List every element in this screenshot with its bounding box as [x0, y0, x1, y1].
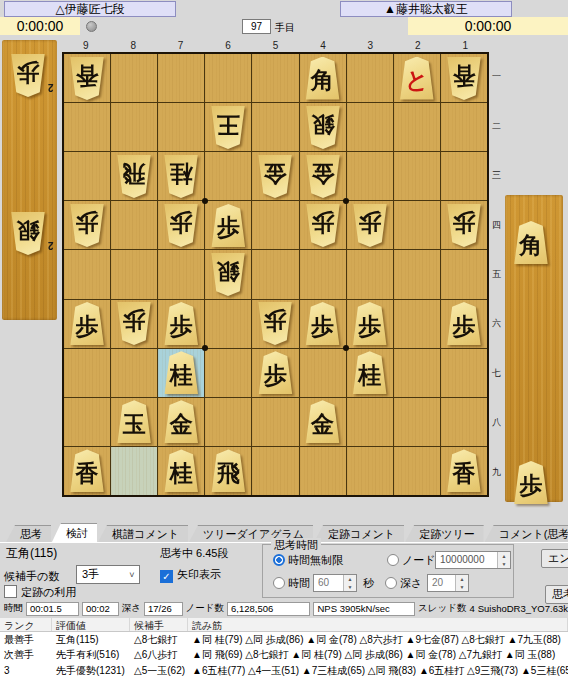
piece-glyph: 金 [304, 155, 342, 198]
candidate-cell: 3 [0, 665, 52, 676]
use-book-checkbox-row[interactable]: 定跡の利用 [4, 585, 76, 600]
shogi-piece-gote: 歩 [68, 204, 106, 247]
shogi-piece-sente: 桂 [162, 351, 200, 394]
piece-glyph: 香 [445, 449, 483, 492]
shogi-gui-window: △伊藤匠七段 ▲藤井聡太叡王 0:00:00 0:00:00 手目 歩2銀2 角… [0, 0, 568, 680]
white-player-clock: 0:00:00 [0, 17, 80, 35]
time-limit-spinner[interactable]: 60 ▲▼ [313, 574, 357, 592]
time-limit-radio[interactable] [273, 577, 285, 589]
piece-glyph: 角 [304, 57, 342, 100]
piece-glyph: 桂 [162, 351, 200, 394]
piece-glyph: 王 [209, 106, 247, 149]
shogi-piece-gote: 金 [256, 155, 294, 198]
board-square[interactable]: 金 [300, 398, 346, 446]
piece-glyph: 歩 [68, 302, 106, 345]
board-square[interactable] [252, 398, 298, 446]
board-star-point [202, 345, 208, 351]
board-square[interactable]: 歩 [252, 349, 298, 397]
board-square[interactable]: 歩 [347, 300, 393, 348]
board-square[interactable] [394, 201, 440, 249]
board-square[interactable] [64, 250, 110, 298]
status-value-box: 6,128,506 [227, 602, 311, 616]
time-limit-label: 時間 [288, 577, 310, 589]
board-square[interactable]: 歩 [347, 201, 393, 249]
shogi-piece-sente: 角 [304, 57, 342, 100]
tab-思考[interactable]: 思考 [6, 525, 51, 542]
shogi-piece-sente: 香 [68, 449, 106, 492]
candidate-cell: △6八歩打 [130, 648, 188, 662]
sente-captured-pieces-stand: 角歩 [505, 195, 563, 502]
board-square[interactable] [252, 103, 298, 151]
piece-glyph: 歩 [351, 204, 389, 247]
board-square[interactable] [441, 152, 487, 200]
candidate-cell: 最善手 [0, 633, 52, 647]
piece-glyph: 銀 [304, 106, 342, 149]
use-book-label: 定跡の利用 [21, 586, 76, 598]
node-count-radio[interactable] [387, 554, 399, 566]
engine-settings-button[interactable]: エンジ [541, 549, 568, 568]
spinner-arrows-icon[interactable]: ▲▼ [497, 552, 510, 568]
status-label: SuishoDR3_YO7.63k [478, 603, 568, 614]
chevron-down-icon: ˅ [125, 570, 139, 580]
board-square[interactable]: 王 [205, 103, 251, 151]
candidate-cell: △5一玉(62) [130, 664, 188, 678]
board-square[interactable]: 歩 [300, 201, 346, 249]
captured-piece[interactable]: 歩 [512, 461, 550, 504]
piece-glyph: 桂 [162, 449, 200, 492]
status-label: 時間 [4, 602, 23, 615]
piece-glyph: 歩 [209, 204, 247, 247]
rank-label: 九 [490, 448, 503, 497]
board-square[interactable]: 桂 [158, 349, 204, 397]
board-star-point [202, 198, 208, 204]
shogi-piece-gote: 桂 [162, 155, 200, 198]
board-square[interactable] [205, 152, 251, 200]
rank-label: 三 [490, 151, 503, 200]
node-count-spinner[interactable]: 10000000 ▲▼ [435, 551, 511, 569]
board-square[interactable] [205, 54, 251, 102]
board-square[interactable] [347, 54, 393, 102]
file-label: 1 [442, 40, 489, 52]
shogi-piece-gote: 歩 [162, 204, 200, 247]
rank-label: 六 [490, 299, 503, 348]
shogi-piece-gote: 金 [304, 155, 342, 198]
board-square[interactable] [252, 54, 298, 102]
board-square[interactable] [205, 398, 251, 446]
piece-glyph: 香 [445, 57, 483, 100]
tab-定跡コメント[interactable]: 定跡コメント [314, 525, 404, 542]
depth-limit-label: 深さ [400, 577, 422, 589]
board-square[interactable]: 金 [252, 152, 298, 200]
board-square[interactable]: 香 [441, 447, 487, 495]
piece-glyph: 金 [256, 155, 294, 198]
piece-glyph: 歩 [256, 351, 294, 394]
table-header-候補手: 候補手 [130, 618, 188, 631]
board-square[interactable] [252, 250, 298, 298]
board-square[interactable]: 歩 [441, 300, 487, 348]
table-header-ランク: ランク [0, 618, 52, 631]
file-label: 8 [109, 40, 156, 52]
board-square[interactable]: 歩 [158, 201, 204, 249]
piece-glyph: 飛 [209, 449, 247, 492]
piece-glyph: 歩 [445, 204, 483, 247]
candidates-count-label: 候補手の数 [4, 569, 59, 584]
board-square[interactable] [347, 152, 393, 200]
board-square[interactable] [394, 349, 440, 397]
board-square[interactable]: 歩 [205, 201, 251, 249]
board-square[interactable]: 桂 [158, 447, 204, 495]
board-square[interactable] [111, 349, 157, 397]
candidate-row[interactable]: 3先手優勢(1231)△5一玉(62)▲6五桂(77) △4一玉(51) ▲7三… [0, 663, 568, 679]
piece-glyph: 金 [304, 400, 342, 443]
board-square[interactable] [441, 398, 487, 446]
file-label: 9 [62, 40, 109, 52]
white-player-nameplate: △伊藤匠七段 [4, 1, 176, 17]
shogi-piece-sente: 歩 [445, 302, 483, 345]
shogi-piece-gote: 香 [445, 57, 483, 100]
candidate-cell: 先手優勢(1231) [52, 664, 130, 678]
table-body: 最善手互角(115)△8七銀打▲同 桂(79) △同 歩成(86) ▲同 金(7… [0, 632, 568, 679]
shogi-piece-gote: 飛 [115, 155, 153, 198]
rank-label: 一 [490, 52, 503, 101]
board-square[interactable] [441, 250, 487, 298]
node-count-value: 10000000 [436, 552, 497, 568]
board-square[interactable]: 歩 [158, 300, 204, 348]
board-square[interactable]: と [394, 54, 440, 102]
shogi-board: 香角と香王銀飛桂金金歩歩歩歩歩歩銀歩歩歩歩歩歩歩桂歩桂玉金金香桂飛香 [62, 52, 489, 497]
piece-glyph: 歩 [512, 461, 550, 504]
depth-limit-spinner[interactable]: 20 ▲▼ [427, 574, 469, 592]
piece-glyph: 角 [512, 221, 550, 264]
piece-glyph: 銀 [9, 212, 47, 255]
board-square[interactable] [158, 250, 204, 298]
piece-glyph: 金 [162, 400, 200, 443]
shogi-piece-sente: 歩 [256, 351, 294, 394]
piece-glyph: 歩 [68, 204, 106, 247]
board-square[interactable]: 銀 [300, 103, 346, 151]
shogi-piece-sente: 歩 [304, 302, 342, 345]
status-label: 4 [469, 603, 474, 614]
piece-glyph: 歩 [9, 54, 47, 97]
candidate-cell: 次善手 [0, 648, 52, 662]
board-square[interactable] [300, 447, 346, 495]
table-header-読み筋: 読み筋 [188, 618, 568, 631]
status-label: 深さ [122, 602, 141, 615]
rank-label: 二 [490, 101, 503, 150]
shogi-piece-gote: 歩 [351, 204, 389, 247]
board-square[interactable]: 歩 [64, 201, 110, 249]
board-square[interactable]: 銀 [205, 250, 251, 298]
shogi-piece-gote: 香 [68, 57, 106, 100]
analysis-panel: 互角(115) 思考中 6.45段 候補手の数 3手 ˅ ✓矢印表示 定跡の利用… [0, 543, 568, 600]
board-square[interactable] [347, 447, 393, 495]
file-label: 7 [157, 40, 204, 52]
shogi-piece-gote: 歩 [445, 204, 483, 247]
unlimited-time-label: 時間無制限 [288, 554, 343, 566]
board-square[interactable]: 香 [441, 54, 487, 102]
board-square[interactable]: 飛 [205, 447, 251, 495]
candidate-cell: ▲同 飛(69) △8七銀打 ▲同 桂(79) △同 歩成(86) ▲同 金(7… [188, 648, 568, 662]
time-limit-value: 60 [314, 575, 343, 591]
rank-label: 四 [490, 200, 503, 249]
board-square[interactable] [252, 447, 298, 495]
shogi-piece-gote: 銀 [304, 106, 342, 149]
piece-glyph: 歩 [115, 302, 153, 345]
tab-検討[interactable]: 検討 [52, 523, 97, 542]
gote-captured-pieces-stand: 歩2銀2 [2, 40, 57, 320]
shogi-piece-sente: 歩 [162, 302, 200, 345]
board-square[interactable] [111, 201, 157, 249]
table-header-row: ランク評価値候補手読み筋 [0, 618, 568, 632]
piece-glyph: 歩 [256, 302, 294, 345]
captured-piece[interactable]: 銀 [9, 212, 47, 255]
shogi-piece-sente: 歩 [209, 204, 247, 247]
file-label: 3 [347, 40, 394, 52]
board-square[interactable]: 歩 [252, 300, 298, 348]
engine-status-row: 時間00:01.500:02深さ17/26ノード数6,128,506NPS 39… [0, 600, 568, 617]
candidate-moves-table: ランク評価値候補手読み筋 最善手互角(115)△8七銀打▲同 桂(79) △同 … [0, 618, 568, 680]
board-square[interactable] [394, 152, 440, 200]
board-square[interactable] [394, 447, 440, 495]
candidate-row[interactable]: 最善手互角(115)△8七銀打▲同 桂(79) △同 歩成(86) ▲同 金(7… [0, 632, 568, 648]
captured-piece[interactable]: 歩 [9, 54, 47, 97]
board-star-point [343, 198, 349, 204]
piece-glyph: 歩 [162, 302, 200, 345]
captured-piece[interactable]: 角 [512, 221, 550, 264]
shogi-piece-gote: 王 [209, 106, 247, 149]
shogi-piece-gote: 銀 [209, 253, 247, 296]
board-square[interactable] [111, 250, 157, 298]
board-square[interactable] [347, 250, 393, 298]
board-square[interactable] [394, 398, 440, 446]
move-number-input[interactable] [242, 19, 271, 34]
status-value-box: 00:02 [82, 602, 119, 616]
piece-glyph: 歩 [162, 204, 200, 247]
piece-glyph: 歩 [304, 302, 342, 345]
board-square[interactable]: 角 [300, 54, 346, 102]
board-square[interactable] [441, 349, 487, 397]
piece-glyph: と [398, 57, 436, 100]
candidate-cell: △8七銀打 [130, 633, 188, 647]
piece-glyph: 銀 [209, 253, 247, 296]
board-square[interactable] [64, 349, 110, 397]
board-square[interactable] [394, 250, 440, 298]
shogi-piece-sente: 桂 [162, 449, 200, 492]
board-square[interactable] [111, 103, 157, 151]
move-number-label: 手目 [275, 21, 295, 35]
shogi-piece-sente: 香 [445, 449, 483, 492]
board-square[interactable]: 玉 [111, 398, 157, 446]
board-square[interactable]: 歩 [300, 300, 346, 348]
piece-glyph: 歩 [304, 204, 342, 247]
black-player-nameplate: ▲藤井聡太叡王 [340, 1, 512, 17]
captured-piece-count: 2 [48, 82, 54, 93]
board-square[interactable]: 歩 [64, 300, 110, 348]
board-square[interactable]: 香 [64, 447, 110, 495]
board-square[interactable]: 金 [300, 152, 346, 200]
spinner-arrows-icon[interactable]: ▲▼ [343, 575, 356, 591]
board-square[interactable] [347, 398, 393, 446]
file-label: 5 [252, 40, 299, 52]
candidates-count-select[interactable]: 3手 ˅ [76, 565, 140, 584]
show-arrows-checkbox[interactable]: ✓ [160, 570, 173, 583]
piece-glyph: 香 [68, 57, 106, 100]
board-square[interactable]: 桂 [347, 349, 393, 397]
candidate-cell: 互角(115) [52, 633, 130, 647]
board-square[interactable]: 飛 [111, 152, 157, 200]
board-square[interactable] [64, 152, 110, 200]
status-value-box: NPS 3905kN/sec [313, 602, 415, 616]
shogi-piece-gote: 歩 [256, 302, 294, 345]
candidate-cell: ▲6五桂(77) △4一玉(51) ▲7三桂成(65) △同 飛(83) ▲6五… [188, 664, 568, 678]
piece-glyph: 飛 [115, 155, 153, 198]
board-square[interactable]: 桂 [158, 152, 204, 200]
turn-indicator-lamp [86, 21, 97, 32]
shogi-piece-sente: と [398, 57, 436, 100]
seconds-label: 秒 [363, 577, 374, 589]
shogi-piece-sente: 飛 [209, 449, 247, 492]
board-rank-labels: 一二三四五六七八九 [490, 52, 503, 497]
board-square[interactable] [252, 201, 298, 249]
board-square[interactable]: 歩 [441, 201, 487, 249]
depth-limit-radio[interactable] [385, 577, 397, 589]
thinking-time-groupbox: 思考時間 時間無制限 ノード数 10000000 ▲▼ 時間 [262, 544, 514, 598]
status-label: ノード数 [186, 602, 224, 615]
tab-棋譜コメント[interactable]: 棋譜コメント [98, 525, 188, 542]
board-file-labels: 987654321 [62, 40, 489, 52]
status-value-box: 00:01.5 [26, 602, 79, 616]
piece-glyph: 香 [68, 449, 106, 492]
board-square[interactable]: 金 [158, 398, 204, 446]
board-square[interactable] [158, 54, 204, 102]
unlimited-time-radio[interactable] [273, 554, 285, 566]
show-arrows-checkbox-row[interactable]: ✓矢印表示 [160, 567, 221, 583]
board-square[interactable] [347, 103, 393, 151]
candidates-count-value: 3手 [77, 567, 125, 582]
tab-定跡ツリー[interactable]: 定跡ツリー [405, 525, 484, 542]
board-square[interactable] [394, 103, 440, 151]
candidate-cell: 先手有利(516) [52, 648, 130, 662]
shogi-piece-sente: 金 [162, 400, 200, 443]
tab-コメント(思考)[interactable]: コメント(思考) [485, 525, 568, 542]
board-square[interactable] [441, 103, 487, 151]
candidate-cell: ▲同 桂(79) △同 歩成(86) ▲同 金(78) △8六歩打 ▲9七金(8… [188, 633, 568, 647]
board-square[interactable] [394, 300, 440, 348]
piece-glyph: 桂 [351, 351, 389, 394]
file-label: 4 [299, 40, 346, 52]
board-square[interactable] [111, 54, 157, 102]
rank-label: 八 [490, 398, 503, 447]
evaluation-text: 互角(115) [6, 545, 57, 562]
board-square[interactable] [205, 300, 251, 348]
thinking-time-group-title: 思考時間 [271, 538, 321, 553]
captured-piece-count: 2 [48, 240, 54, 251]
shogi-piece-sente: 歩 [351, 302, 389, 345]
status-value-box: 17/26 [144, 602, 183, 616]
piece-glyph: 桂 [162, 155, 200, 198]
show-arrows-label: 矢印表示 [177, 568, 221, 580]
board-square[interactable]: 歩 [111, 300, 157, 348]
shogi-piece-sente: 金 [304, 400, 342, 443]
black-player-clock: 0:00:00 [408, 17, 568, 35]
board-square[interactable]: 香 [64, 54, 110, 102]
rank-label: 七 [490, 349, 503, 398]
status-label: スレッド数 [418, 602, 466, 615]
shogi-piece-gote: 歩 [304, 204, 342, 247]
board-square[interactable] [158, 103, 204, 151]
thinking-status-text: 思考中 6.45段 [160, 546, 228, 561]
shogi-piece-sente: 玉 [115, 400, 153, 443]
board-square[interactable] [111, 447, 157, 495]
depth-limit-value: 20 [428, 575, 455, 591]
shogi-piece-gote: 歩 [115, 302, 153, 345]
board-square[interactable] [300, 349, 346, 397]
board-square[interactable] [64, 103, 110, 151]
board-square[interactable] [205, 349, 251, 397]
file-label: 6 [204, 40, 251, 52]
board-star-point [343, 345, 349, 351]
file-label: 2 [394, 40, 441, 52]
shogi-piece-sente: 歩 [68, 302, 106, 345]
rank-label: 五 [490, 250, 503, 299]
spinner-arrows-icon[interactable]: ▲▼ [455, 575, 468, 591]
use-book-checkbox[interactable] [4, 585, 17, 598]
shogi-piece-sente: 桂 [351, 351, 389, 394]
table-header-評価値: 評価値 [52, 618, 130, 631]
board-square[interactable] [300, 250, 346, 298]
piece-glyph: 歩 [351, 302, 389, 345]
board-square[interactable] [64, 398, 110, 446]
piece-glyph: 歩 [445, 302, 483, 345]
piece-glyph: 玉 [115, 400, 153, 443]
candidate-row[interactable]: 次善手先手有利(516)△6八歩打▲同 飛(69) △8七銀打 ▲同 桂(79)… [0, 648, 568, 664]
